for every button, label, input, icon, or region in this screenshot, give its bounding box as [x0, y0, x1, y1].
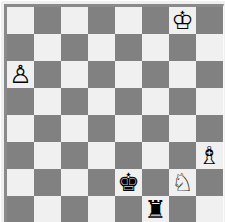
square-e8[interactable] — [115, 7, 142, 34]
square-h7[interactable] — [196, 34, 223, 61]
square-a3[interactable] — [7, 142, 34, 169]
white-knight-piece[interactable]: ♘ — [169, 169, 196, 196]
square-d6[interactable] — [88, 61, 115, 88]
square-d1[interactable] — [88, 196, 115, 222]
board-frame: ♔♙♗♚♘♜ — [0, 0, 225, 222]
square-e7[interactable] — [115, 34, 142, 61]
square-g1[interactable] — [169, 196, 196, 222]
square-a5[interactable] — [7, 88, 34, 115]
square-h5[interactable] — [196, 88, 223, 115]
square-h2[interactable] — [196, 169, 223, 196]
square-e5[interactable] — [115, 88, 142, 115]
square-d4[interactable] — [88, 115, 115, 142]
square-g6[interactable] — [169, 61, 196, 88]
square-g2[interactable]: ♘ — [169, 169, 196, 196]
square-e6[interactable] — [115, 61, 142, 88]
square-b5[interactable] — [34, 88, 61, 115]
square-c6[interactable] — [61, 61, 88, 88]
square-d2[interactable] — [88, 169, 115, 196]
square-f6[interactable] — [142, 61, 169, 88]
white-king-piece[interactable]: ♔ — [169, 7, 196, 34]
square-b1[interactable] — [34, 196, 61, 222]
square-c7[interactable] — [61, 34, 88, 61]
square-d5[interactable] — [88, 88, 115, 115]
square-g4[interactable] — [169, 115, 196, 142]
white-bishop-piece[interactable]: ♗ — [196, 142, 223, 169]
square-f8[interactable] — [142, 7, 169, 34]
square-b7[interactable] — [34, 34, 61, 61]
square-e4[interactable] — [115, 115, 142, 142]
square-c4[interactable] — [61, 115, 88, 142]
chess-board: ♔♙♗♚♘♜ — [4, 4, 224, 222]
square-a8[interactable] — [7, 7, 34, 34]
square-b6[interactable] — [34, 61, 61, 88]
square-d7[interactable] — [88, 34, 115, 61]
square-f3[interactable] — [142, 142, 169, 169]
square-a4[interactable] — [7, 115, 34, 142]
square-b3[interactable] — [34, 142, 61, 169]
square-c2[interactable] — [61, 169, 88, 196]
square-g8[interactable]: ♔ — [169, 7, 196, 34]
square-f2[interactable] — [142, 169, 169, 196]
square-c3[interactable] — [61, 142, 88, 169]
square-e2[interactable]: ♚ — [115, 169, 142, 196]
black-rook-piece[interactable]: ♜ — [142, 196, 169, 222]
square-g3[interactable] — [169, 142, 196, 169]
square-h1[interactable] — [196, 196, 223, 222]
square-h6[interactable] — [196, 61, 223, 88]
black-king-piece[interactable]: ♚ — [115, 169, 142, 196]
square-a6[interactable]: ♙ — [7, 61, 34, 88]
square-e3[interactable] — [115, 142, 142, 169]
square-f1[interactable]: ♜ — [142, 196, 169, 222]
square-g5[interactable] — [169, 88, 196, 115]
square-b2[interactable] — [34, 169, 61, 196]
square-c8[interactable] — [61, 7, 88, 34]
square-b4[interactable] — [34, 115, 61, 142]
square-b8[interactable] — [34, 7, 61, 34]
square-h8[interactable] — [196, 7, 223, 34]
square-c5[interactable] — [61, 88, 88, 115]
square-f5[interactable] — [142, 88, 169, 115]
square-a7[interactable] — [7, 34, 34, 61]
square-a1[interactable] — [7, 196, 34, 222]
square-d3[interactable] — [88, 142, 115, 169]
square-a2[interactable] — [7, 169, 34, 196]
square-g7[interactable] — [169, 34, 196, 61]
square-c1[interactable] — [61, 196, 88, 222]
square-d8[interactable] — [88, 7, 115, 34]
square-e1[interactable] — [115, 196, 142, 222]
square-h3[interactable]: ♗ — [196, 142, 223, 169]
square-f7[interactable] — [142, 34, 169, 61]
square-h4[interactable] — [196, 115, 223, 142]
square-f4[interactable] — [142, 115, 169, 142]
white-pawn-piece[interactable]: ♙ — [7, 61, 34, 88]
